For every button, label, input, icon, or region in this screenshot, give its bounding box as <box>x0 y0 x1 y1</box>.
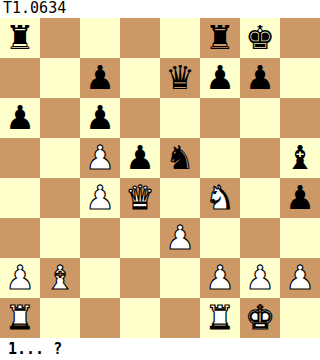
square-c3[interactable] <box>80 218 120 258</box>
square-c6[interactable]: ♟ <box>80 98 120 138</box>
square-b8[interactable] <box>40 18 80 58</box>
square-h1[interactable] <box>280 298 320 338</box>
piece-black-r-a8: ♜ <box>5 18 35 58</box>
square-h8[interactable] <box>280 18 320 58</box>
square-c8[interactable] <box>80 18 120 58</box>
square-c4[interactable]: ♟ <box>80 178 120 218</box>
square-b4[interactable] <box>40 178 80 218</box>
square-g8[interactable]: ♚ <box>240 18 280 58</box>
square-f8[interactable]: ♜ <box>200 18 240 58</box>
square-e6[interactable] <box>160 98 200 138</box>
square-a7[interactable] <box>0 58 40 98</box>
square-d5[interactable]: ♟ <box>120 138 160 178</box>
square-a3[interactable] <box>0 218 40 258</box>
piece-white-q-d4: ♛ <box>125 178 155 218</box>
piece-white-p-e3: ♟ <box>165 218 195 258</box>
square-e4[interactable] <box>160 178 200 218</box>
chess-board: ♜♜♚♟♛♟♟♟♟♟♟♞♝♟♛♞♟♟♟♝♟♟♟♜♜♚ <box>0 18 320 338</box>
piece-white-p-f2: ♟ <box>205 258 235 298</box>
piece-black-q-e7: ♛ <box>165 58 195 98</box>
square-f4[interactable]: ♞ <box>200 178 240 218</box>
square-f2[interactable]: ♟ <box>200 258 240 298</box>
square-a4[interactable] <box>0 178 40 218</box>
piece-black-p-g7: ♟ <box>245 58 275 98</box>
square-g3[interactable] <box>240 218 280 258</box>
square-b3[interactable] <box>40 218 80 258</box>
square-h4[interactable]: ♟ <box>280 178 320 218</box>
square-b2[interactable]: ♝ <box>40 258 80 298</box>
square-d1[interactable] <box>120 298 160 338</box>
square-f6[interactable] <box>200 98 240 138</box>
square-g7[interactable]: ♟ <box>240 58 280 98</box>
puzzle-id-label: T1.0634 <box>0 0 320 18</box>
piece-black-p-d5: ♟ <box>125 138 155 178</box>
square-d6[interactable] <box>120 98 160 138</box>
square-h7[interactable] <box>280 58 320 98</box>
square-a5[interactable] <box>0 138 40 178</box>
piece-white-r-a1: ♜ <box>5 298 35 338</box>
square-h5[interactable]: ♝ <box>280 138 320 178</box>
square-a1[interactable]: ♜ <box>0 298 40 338</box>
piece-white-n-f4: ♞ <box>205 178 235 218</box>
square-g5[interactable] <box>240 138 280 178</box>
square-b7[interactable] <box>40 58 80 98</box>
piece-black-p-c6: ♟ <box>85 98 115 138</box>
square-g4[interactable] <box>240 178 280 218</box>
square-c2[interactable] <box>80 258 120 298</box>
square-d7[interactable] <box>120 58 160 98</box>
square-d4[interactable]: ♛ <box>120 178 160 218</box>
square-b1[interactable] <box>40 298 80 338</box>
piece-black-p-h4: ♟ <box>285 178 315 218</box>
square-e2[interactable] <box>160 258 200 298</box>
square-c7[interactable]: ♟ <box>80 58 120 98</box>
piece-black-b-h5: ♝ <box>285 138 315 178</box>
square-e1[interactable] <box>160 298 200 338</box>
square-f3[interactable] <box>200 218 240 258</box>
piece-white-p-c4: ♟ <box>85 178 115 218</box>
square-c5[interactable]: ♟ <box>80 138 120 178</box>
square-f5[interactable] <box>200 138 240 178</box>
square-h6[interactable] <box>280 98 320 138</box>
square-b6[interactable] <box>40 98 80 138</box>
square-d8[interactable] <box>120 18 160 58</box>
square-g1[interactable]: ♚ <box>240 298 280 338</box>
square-f7[interactable]: ♟ <box>200 58 240 98</box>
piece-white-p-a2: ♟ <box>5 258 35 298</box>
square-e5[interactable]: ♞ <box>160 138 200 178</box>
square-f1[interactable]: ♜ <box>200 298 240 338</box>
chess-app-window: T1.0634 ♜♜♚♟♛♟♟♟♟♟♟♞♝♟♛♞♟♟♟♝♟♟♟♜♜♚ 1... … <box>0 0 320 360</box>
piece-white-p-g2: ♟ <box>245 258 275 298</box>
square-d2[interactable] <box>120 258 160 298</box>
square-a8[interactable]: ♜ <box>0 18 40 58</box>
square-e3[interactable]: ♟ <box>160 218 200 258</box>
square-a2[interactable]: ♟ <box>0 258 40 298</box>
square-h2[interactable]: ♟ <box>280 258 320 298</box>
square-c1[interactable] <box>80 298 120 338</box>
piece-black-p-f7: ♟ <box>205 58 235 98</box>
square-h3[interactable] <box>280 218 320 258</box>
piece-black-k-g8: ♚ <box>245 18 275 58</box>
square-e8[interactable] <box>160 18 200 58</box>
square-g2[interactable]: ♟ <box>240 258 280 298</box>
piece-white-p-c5: ♟ <box>85 138 115 178</box>
piece-black-r-f8: ♜ <box>205 18 235 58</box>
square-e7[interactable]: ♛ <box>160 58 200 98</box>
square-a6[interactable]: ♟ <box>0 98 40 138</box>
piece-black-p-c7: ♟ <box>85 58 115 98</box>
piece-black-n-e5: ♞ <box>165 138 195 178</box>
move-prompt-label: 1... ? <box>0 338 320 360</box>
piece-white-k-g1: ♚ <box>245 298 275 338</box>
square-b5[interactable] <box>40 138 80 178</box>
piece-white-r-f1: ♜ <box>205 298 235 338</box>
square-g6[interactable] <box>240 98 280 138</box>
piece-white-p-h2: ♟ <box>285 258 315 298</box>
piece-white-b-b2: ♝ <box>45 258 75 298</box>
piece-black-p-a6: ♟ <box>5 98 35 138</box>
square-d3[interactable] <box>120 218 160 258</box>
